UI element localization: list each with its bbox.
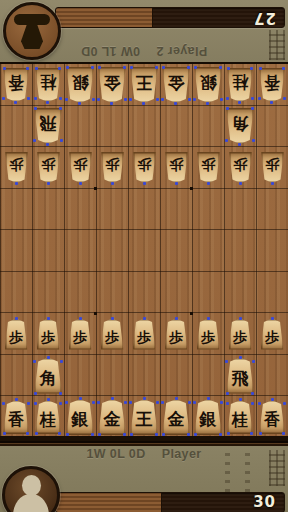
piece-marker-dot [282,432,285,435]
opponent-avatar [3,2,61,60]
piece-kanji: 歩 [105,158,119,172]
piece-tile: 香 [259,400,285,434]
piece-kanji: 桂 [40,412,56,428]
shogi-piece-s[interactable]: 銀 [194,67,222,103]
piece-kanji: 歩 [73,330,87,344]
piece-marker-dot [251,402,254,405]
board-cell[interactable] [256,355,288,397]
board-cell[interactable] [96,230,128,272]
piece-marker-dot [207,182,210,185]
piece-marker-dot [220,98,223,101]
piece-marker-dot [155,66,158,69]
opponent-timer: 27 [253,9,276,27]
board-cell[interactable] [32,272,64,314]
piece-kanji: 金 [168,411,185,428]
piece-tile: 金 [98,67,126,103]
player-info-row: 1W 0L 0D Player [0,447,288,461]
board-cell[interactable]: 歩 [224,313,256,355]
board-cell[interactable] [64,355,96,397]
board-cell[interactable] [128,355,160,397]
board-cell[interactable] [32,230,64,272]
shogi-piece-b[interactable]: 角 [34,358,62,394]
piece-tile: 歩 [133,152,156,183]
shogi-piece-p[interactable]: 歩 [165,319,188,350]
piece-marker-dot [161,401,164,404]
piece-marker-dot [92,98,95,101]
piece-kanji: 桂 [232,412,248,428]
piece-tile: 歩 [37,319,60,350]
board-cell[interactable] [96,106,128,148]
board-cell[interactable]: 角 [32,355,64,397]
piece-marker-dot [226,97,229,100]
piece-kanji: 銀 [200,411,217,428]
piece-marker-dot [225,360,228,363]
shogi-piece-p[interactable]: 歩 [165,152,188,183]
piece-tile: 歩 [101,319,124,350]
piece-kanji: 歩 [265,330,279,344]
star-point [94,187,97,190]
piece-tile: 香 [3,400,29,434]
piece-kanji: 銀 [72,74,89,91]
board-cell[interactable] [192,230,224,272]
piece-kanji: 歩 [201,330,215,344]
board-cell[interactable] [256,189,288,231]
piece-marker-dot [98,433,101,436]
piece-marker-dot [219,433,222,436]
board-cell[interactable]: 桂 [224,396,256,438]
opponent-time-bar [55,7,285,28]
piece-tile: 歩 [197,152,220,183]
board-cell[interactable]: 歩 [96,313,128,355]
board-cell[interactable]: 歩 [160,147,192,189]
piece-marker-dot [123,433,126,436]
piece-marker-dot [98,66,101,69]
piece-kanji: 王 [136,74,153,91]
board-cell[interactable] [160,230,192,272]
piece-marker-dot [175,182,178,185]
piece-marker-dot [187,433,190,436]
piece-marker-dot [282,67,285,70]
piece-marker-dot [35,67,38,70]
board-grid: 香桂銀金王金銀桂香飛角歩歩歩歩歩歩歩歩歩歩歩歩歩歩歩歩歩歩角飛香桂銀金王金銀桂香 [0,64,288,438]
piece-marker-dot [156,401,159,404]
shogi-piece-g[interactable]: 金 [162,399,190,435]
person-silhouette-icon-body [13,494,49,512]
shogi-piece-p[interactable]: 歩 [197,152,220,183]
piece-marker-dot [47,398,50,401]
piece-tile: 金 [162,399,190,435]
board-cell[interactable] [64,106,96,148]
person-silhouette-icon [22,475,41,496]
board-cell[interactable]: 歩 [256,313,288,355]
board-cell[interactable] [160,355,192,397]
board-cell[interactable]: 歩 [128,147,160,189]
board-cell[interactable] [160,189,192,231]
board-cell[interactable] [64,189,96,231]
piece-marker-dot [130,433,133,436]
board-cell[interactable]: 桂 [32,64,64,106]
board-cell[interactable]: 歩 [224,147,256,189]
piece-marker-dot [193,98,196,101]
board-cell[interactable] [192,355,224,397]
shogi-piece-s[interactable]: 銀 [66,67,94,103]
shogi-piece-r[interactable]: 飛 [34,108,62,144]
piece-tile: 桂 [227,68,253,102]
piece-kanji: 角 [232,115,249,132]
piece-marker-dot [124,98,127,101]
board-cell[interactable]: 飛 [32,106,64,148]
piece-tile: 歩 [69,319,92,350]
piece-kanji: 金 [168,74,185,91]
piece-tile: 金 [98,399,126,435]
board-cell[interactable]: 歩 [256,147,288,189]
shogi-piece-k[interactable]: 王 [130,399,158,435]
shogi-piece-p[interactable]: 歩 [229,319,252,350]
piece-marker-dot [66,433,69,436]
piece-marker-dot [252,139,255,142]
shogi-piece-l[interactable]: 香 [3,68,29,102]
piece-marker-dot [123,66,126,69]
board-cell[interactable] [224,189,256,231]
star-point [190,312,193,315]
piece-tile: 銀 [194,399,222,435]
piece-marker-dot [187,66,190,69]
piece-marker-dot [33,360,36,363]
board-cell[interactable] [64,230,96,272]
piece-marker-dot [194,66,197,69]
piece-marker-dot [251,107,254,110]
piece-marker-dot [143,317,146,320]
board-cell[interactable]: 香 [256,64,288,106]
shogi-piece-p[interactable]: 歩 [133,152,156,183]
piece-kanji: 桂 [40,74,56,90]
star-point [94,312,97,315]
piece-tile: 銀 [194,67,222,103]
shogi-piece-p[interactable]: 歩 [133,319,156,350]
piece-marker-dot [283,402,286,405]
board-cell[interactable] [160,272,192,314]
piece-marker-dot [27,97,30,100]
piece-tile: 歩 [229,319,252,350]
piece-marker-dot [239,317,242,320]
piece-tile: 銀 [66,399,94,435]
board-cell[interactable]: 金 [96,396,128,438]
board-cell[interactable] [192,189,224,231]
piece-marker-dot [250,67,253,70]
piece-marker-dot [97,98,100,101]
piece-marker-dot [259,67,262,70]
piece-marker-dot [47,143,50,146]
board-cell[interactable] [128,106,160,148]
board-cell[interactable]: 歩 [192,147,224,189]
piece-tile: 飛 [34,108,62,144]
shogi-piece-s[interactable]: 銀 [194,399,222,435]
piece-marker-dot [34,402,37,405]
board-cell[interactable]: 王 [128,396,160,438]
piece-marker-dot [188,98,191,101]
board-cell[interactable]: 金 [96,64,128,106]
shogi-piece-n[interactable]: 桂 [227,68,253,102]
piece-marker-dot [79,397,82,400]
shogi-piece-p[interactable]: 歩 [261,152,284,183]
shogi-piece-p[interactable]: 歩 [5,319,28,350]
piece-tile: 歩 [133,319,156,350]
shogi-piece-g[interactable]: 金 [98,399,126,435]
piece-marker-dot [250,432,253,435]
piece-marker-dot [226,392,229,395]
piece-kanji: 飛 [232,370,249,387]
piece-kanji: 歩 [41,330,55,344]
piece-tile: 桂 [35,400,61,434]
piece-marker-dot [91,433,94,436]
board-cell[interactable]: 歩 [0,147,32,189]
board-cell[interactable] [64,272,96,314]
piece-tile: 歩 [197,319,220,350]
piece-marker-dot [15,317,18,320]
board-cell[interactable]: 歩 [64,147,96,189]
piece-marker-dot [34,392,37,395]
piece-marker-dot [58,67,61,70]
player-timer: 30 [253,493,276,511]
piece-tile: 角 [226,108,254,144]
piece-marker-dot [26,432,29,435]
piece-kanji: 銀 [200,74,217,91]
piece-marker-dot [175,317,178,320]
board-cell[interactable]: 歩 [32,313,64,355]
board-cell[interactable] [96,189,128,231]
board-cell[interactable] [96,272,128,314]
piece-marker-dot [59,97,62,100]
shogi-piece-l[interactable]: 香 [3,400,29,434]
board-cell[interactable]: 金 [160,396,192,438]
piece-kanji: 角 [40,370,57,387]
board-cell[interactable]: 歩 [0,313,32,355]
piece-kanji: 歩 [137,330,151,344]
board-cell[interactable] [0,189,32,231]
piece-marker-dot [59,402,62,405]
board-cell[interactable]: 桂 [32,396,64,438]
piece-marker-dot [60,139,63,142]
player-time-fill [56,493,162,512]
piece-marker-dot [220,401,223,404]
board-cell[interactable]: 歩 [192,313,224,355]
board-cell[interactable] [224,230,256,272]
piece-marker-dot [227,67,230,70]
board-cell[interactable]: 歩 [96,147,128,189]
piece-tile: 角 [34,358,62,394]
piece-tile: 歩 [261,319,284,350]
piece-marker-dot [239,182,242,185]
shogi-piece-l[interactable]: 香 [259,400,285,434]
piece-kanji: 金 [104,411,121,428]
shogi-piece-icon-stem [21,21,43,49]
shogi-piece-p[interactable]: 歩 [69,319,92,350]
shogi-piece-r[interactable]: 飛 [226,358,254,394]
board-cell[interactable]: 王 [128,64,160,106]
shogi-piece-p[interactable]: 歩 [101,319,124,350]
piece-marker-dot [239,398,242,401]
board-cell[interactable] [256,230,288,272]
shogi-piece-p[interactable]: 歩 [5,152,28,183]
board-cell[interactable]: 歩 [128,313,160,355]
piece-kanji: 王 [136,411,153,428]
board-cell[interactable]: 銀 [64,64,96,106]
piece-tile: 王 [130,399,158,435]
piece-marker-dot [207,317,210,320]
piece-marker-dot [271,317,274,320]
piece-kanji: 香 [264,412,280,428]
piece-kanji: 歩 [41,158,55,172]
piece-kanji: 歩 [201,158,215,172]
board-cell[interactable]: 歩 [32,147,64,189]
piece-marker-dot [271,182,274,185]
piece-marker-dot [259,432,262,435]
player-stats: 1W 0L 0D [86,447,145,461]
board-cell[interactable] [0,230,32,272]
piece-tile: 銀 [66,67,94,103]
piece-marker-dot [79,182,82,185]
board-cell[interactable] [96,355,128,397]
board-cell[interactable] [128,272,160,314]
shogi-piece-p[interactable]: 歩 [37,319,60,350]
shogi-piece-p[interactable]: 歩 [101,152,124,183]
piece-marker-dot [143,182,146,185]
board-cell[interactable]: 香 [256,396,288,438]
piece-marker-dot [97,401,100,404]
piece-kanji: 歩 [169,330,183,344]
piece-marker-dot [155,433,158,436]
shogi-piece-k[interactable]: 王 [130,67,158,103]
board-cell[interactable]: 歩 [64,313,96,355]
shogi-piece-g[interactable]: 金 [98,67,126,103]
piece-tile: 桂 [227,400,253,434]
shogi-app-screen: 27 Player 2 0W 1L 0D 香桂銀金王金銀桂香飛角歩歩歩歩歩歩歩歩… [0,0,288,512]
piece-kanji: 歩 [169,158,183,172]
piece-marker-dot [60,360,63,363]
shogi-piece-s[interactable]: 銀 [66,399,94,435]
shogi-piece-p[interactable]: 歩 [37,152,60,183]
piece-marker-dot [162,66,165,69]
board-cell[interactable] [0,272,32,314]
piece-kanji: 歩 [105,330,119,344]
piece-tile: 歩 [229,152,252,183]
shogi-piece-p[interactable]: 歩 [197,319,220,350]
board-cell[interactable] [128,230,160,272]
piece-tile: 歩 [5,319,28,350]
board-cell[interactable] [0,355,32,397]
piece-kanji: 歩 [9,330,23,344]
shogi-piece-g[interactable]: 金 [162,67,190,103]
player-time-bar [55,492,285,512]
shogi-piece-n[interactable]: 桂 [35,400,61,434]
piece-tile: 王 [130,67,158,103]
board-bottom-edge [0,436,288,446]
piece-marker-dot [194,433,197,436]
board-cell[interactable]: 香 [0,396,32,438]
piece-marker-dot [251,392,254,395]
board-cell[interactable] [160,106,192,148]
shogi-piece-p[interactable]: 歩 [229,152,252,183]
piece-tile: 歩 [37,152,60,183]
board-cell[interactable]: 香 [0,64,32,106]
board-cell[interactable]: 角 [224,106,256,148]
piece-tile: 歩 [101,152,124,183]
board-cell[interactable]: 飛 [224,355,256,397]
shogi-piece-n[interactable]: 桂 [227,400,253,434]
piece-marker-dot [34,97,37,100]
board-cell[interactable] [32,189,64,231]
piece-marker-dot [130,66,133,69]
board-cell[interactable] [256,272,288,314]
shogi-piece-p[interactable]: 歩 [261,319,284,350]
piece-kanji: 歩 [73,158,87,172]
shogi-piece-b[interactable]: 角 [226,108,254,144]
shogi-piece-n[interactable]: 桂 [35,68,61,102]
piece-marker-dot [66,66,69,69]
piece-marker-dot [226,402,229,405]
board-cell[interactable]: 桂 [224,64,256,106]
piece-tile: 歩 [165,319,188,350]
piece-marker-dot [227,432,230,435]
piece-marker-dot [161,98,164,101]
piece-marker-dot [47,317,50,320]
piece-marker-dot [3,67,6,70]
piece-marker-dot [219,66,222,69]
board-cell[interactable]: 銀 [64,396,96,438]
board-cell[interactable]: 金 [160,64,192,106]
piece-kanji: 銀 [72,411,89,428]
board-cell[interactable]: 銀 [192,64,224,106]
piece-marker-dot [129,401,132,404]
piece-marker-dot [3,432,6,435]
piece-kanji: 歩 [233,158,247,172]
player-name: Player [162,447,202,461]
board-cell[interactable] [192,272,224,314]
board-cell[interactable]: 銀 [192,396,224,438]
piece-kanji: 桂 [232,74,248,90]
shogi-piece-l[interactable]: 香 [259,68,285,102]
star-point [190,187,193,190]
board-cell[interactable] [192,106,224,148]
piece-marker-dot [175,397,178,400]
board-cell[interactable] [0,106,32,148]
piece-marker-dot [239,356,242,359]
board-cell[interactable] [256,106,288,148]
board-cell[interactable]: 歩 [160,313,192,355]
piece-marker-dot [92,401,95,404]
piece-marker-dot [143,397,146,400]
opponent-stats: 0W 1L 0D [81,44,140,58]
piece-tile: 桂 [35,68,61,102]
piece-marker-dot [91,66,94,69]
piece-marker-dot [225,139,228,142]
piece-marker-dot [47,182,50,185]
board-cell[interactable] [128,189,160,231]
piece-marker-dot [33,139,36,142]
piece-tile: 金 [162,67,190,103]
shogi-piece-p[interactable]: 歩 [69,152,92,183]
piece-kanji: 歩 [137,158,151,172]
piece-kanji: 歩 [233,330,247,344]
piece-kanji: 金 [104,74,121,91]
piece-marker-dot [15,398,18,401]
opponent-name: Player 2 [156,44,207,58]
piece-marker-dot [283,97,286,100]
board-cell[interactable] [224,272,256,314]
piece-marker-dot [111,397,114,400]
piece-marker-dot [124,401,127,404]
piece-kanji: 香 [8,412,24,428]
